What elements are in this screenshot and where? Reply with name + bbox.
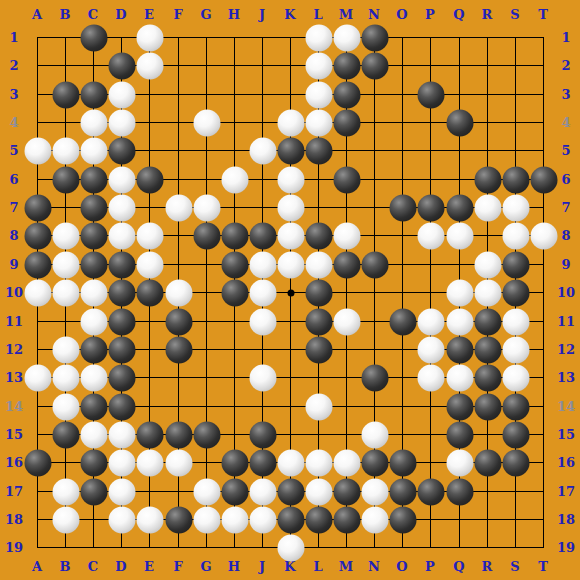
- row-label-right: 13: [557, 371, 575, 384]
- white-stone[interactable]: [474, 279, 501, 306]
- white-stone[interactable]: [52, 222, 79, 249]
- black-stone[interactable]: [305, 137, 332, 164]
- row-label-left: 1: [9, 31, 18, 44]
- column-label-bottom: O: [396, 560, 407, 573]
- white-stone[interactable]: [193, 109, 220, 136]
- black-stone[interactable]: [446, 393, 473, 420]
- black-stone[interactable]: [108, 336, 135, 363]
- white-stone[interactable]: [108, 194, 135, 221]
- white-stone[interactable]: [502, 336, 529, 363]
- black-stone[interactable]: [474, 166, 501, 193]
- row-label-left: 2: [9, 59, 18, 72]
- column-label-bottom: A: [32, 560, 42, 573]
- black-stone[interactable]: [417, 81, 444, 108]
- white-stone[interactable]: [249, 137, 276, 164]
- black-stone[interactable]: [417, 478, 444, 505]
- white-stone[interactable]: [52, 364, 79, 391]
- row-label-right: 11: [557, 315, 575, 328]
- white-stone[interactable]: [502, 364, 529, 391]
- white-stone[interactable]: [502, 222, 529, 249]
- white-stone[interactable]: [249, 478, 276, 505]
- column-label-bottom: S: [510, 560, 519, 573]
- white-stone[interactable]: [361, 421, 388, 448]
- row-label-right: 7: [561, 201, 570, 214]
- black-stone[interactable]: [108, 364, 135, 391]
- white-stone[interactable]: [24, 279, 51, 306]
- row-label-left: 17: [5, 485, 23, 498]
- white-stone[interactable]: [277, 449, 304, 476]
- black-stone[interactable]: [165, 506, 192, 533]
- black-stone[interactable]: [80, 478, 107, 505]
- grid-line-vertical: [543, 37, 544, 548]
- black-stone[interactable]: [80, 336, 107, 363]
- white-stone[interactable]: [108, 222, 135, 249]
- black-stone[interactable]: [108, 52, 135, 79]
- black-stone[interactable]: [277, 137, 304, 164]
- row-label-right: 3: [561, 88, 570, 101]
- white-stone[interactable]: [474, 251, 501, 278]
- black-stone[interactable]: [193, 421, 220, 448]
- black-stone[interactable]: [221, 449, 248, 476]
- white-stone[interactable]: [108, 478, 135, 505]
- white-stone[interactable]: [530, 222, 557, 249]
- row-label-left: 5: [9, 144, 18, 157]
- column-label-bottom: C: [88, 560, 98, 573]
- white-stone[interactable]: [417, 222, 444, 249]
- white-stone[interactable]: [52, 336, 79, 363]
- black-stone[interactable]: [417, 194, 444, 221]
- black-stone[interactable]: [305, 336, 332, 363]
- black-stone[interactable]: [474, 393, 501, 420]
- black-stone[interactable]: [474, 308, 501, 335]
- black-stone[interactable]: [221, 478, 248, 505]
- row-label-right: 1: [561, 31, 570, 44]
- black-stone[interactable]: [502, 449, 529, 476]
- column-label-top: B: [60, 8, 71, 21]
- black-stone[interactable]: [305, 222, 332, 249]
- row-label-right: 19: [557, 541, 575, 554]
- black-stone[interactable]: [530, 166, 557, 193]
- column-label-bottom: N: [368, 560, 380, 573]
- white-stone[interactable]: [333, 24, 360, 51]
- black-stone[interactable]: [502, 251, 529, 278]
- row-label-left: 10: [5, 286, 23, 299]
- black-stone[interactable]: [361, 364, 388, 391]
- column-label-top: N: [368, 8, 380, 21]
- grid-line-vertical: [430, 37, 431, 548]
- white-stone[interactable]: [221, 506, 248, 533]
- black-stone[interactable]: [221, 251, 248, 278]
- row-label-right: 15: [557, 428, 575, 441]
- white-stone[interactable]: [165, 279, 192, 306]
- black-stone[interactable]: [333, 166, 360, 193]
- column-label-top: J: [259, 8, 265, 21]
- black-stone[interactable]: [221, 279, 248, 306]
- black-stone[interactable]: [136, 166, 163, 193]
- black-stone[interactable]: [502, 393, 529, 420]
- black-stone[interactable]: [136, 279, 163, 306]
- row-label-left: 11: [5, 315, 23, 328]
- column-label-top: C: [88, 8, 98, 21]
- white-stone[interactable]: [136, 52, 163, 79]
- row-label-right: 18: [557, 513, 575, 526]
- column-label-bottom: R: [482, 560, 493, 573]
- black-stone[interactable]: [165, 308, 192, 335]
- white-stone[interactable]: [193, 478, 220, 505]
- white-stone[interactable]: [305, 393, 332, 420]
- column-label-top: M: [339, 8, 353, 21]
- row-label-left: 18: [5, 513, 23, 526]
- column-label-top: G: [200, 8, 211, 21]
- white-stone[interactable]: [277, 534, 304, 561]
- column-label-bottom: K: [284, 560, 295, 573]
- black-stone[interactable]: [80, 166, 107, 193]
- black-stone[interactable]: [52, 166, 79, 193]
- white-stone[interactable]: [305, 478, 332, 505]
- column-label-top: Q: [453, 8, 464, 21]
- white-stone[interactable]: [417, 336, 444, 363]
- black-stone[interactable]: [333, 478, 360, 505]
- row-label-left: 3: [9, 88, 18, 101]
- black-stone[interactable]: [389, 194, 416, 221]
- white-stone[interactable]: [136, 449, 163, 476]
- white-stone[interactable]: [305, 449, 332, 476]
- black-stone[interactable]: [305, 506, 332, 533]
- column-label-bottom: M: [339, 560, 353, 573]
- black-stone[interactable]: [361, 449, 388, 476]
- white-stone[interactable]: [249, 364, 276, 391]
- row-label-right: 9: [561, 258, 570, 271]
- column-label-top: T: [538, 8, 548, 21]
- column-label-top: H: [228, 8, 240, 21]
- column-label-top: D: [115, 8, 126, 21]
- black-stone[interactable]: [446, 336, 473, 363]
- column-label-bottom: P: [425, 560, 435, 573]
- white-stone[interactable]: [305, 251, 332, 278]
- black-stone[interactable]: [80, 393, 107, 420]
- row-label-right: 4: [561, 116, 570, 129]
- white-stone[interactable]: [24, 137, 51, 164]
- row-label-right: 17: [557, 485, 575, 498]
- black-stone[interactable]: [446, 194, 473, 221]
- column-label-top: O: [396, 8, 407, 21]
- column-label-bottom: D: [115, 560, 126, 573]
- white-stone[interactable]: [305, 81, 332, 108]
- black-stone[interactable]: [446, 421, 473, 448]
- white-stone[interactable]: [502, 194, 529, 221]
- column-label-bottom: F: [173, 560, 182, 573]
- black-stone[interactable]: [80, 449, 107, 476]
- black-stone[interactable]: [24, 449, 51, 476]
- black-stone[interactable]: [24, 194, 51, 221]
- black-stone[interactable]: [361, 251, 388, 278]
- black-stone[interactable]: [165, 421, 192, 448]
- white-stone[interactable]: [417, 364, 444, 391]
- row-label-left: 19: [5, 541, 23, 554]
- white-stone[interactable]: [361, 506, 388, 533]
- white-stone[interactable]: [108, 166, 135, 193]
- white-stone[interactable]: [136, 251, 163, 278]
- black-stone[interactable]: [277, 506, 304, 533]
- black-stone[interactable]: [249, 421, 276, 448]
- column-label-top: S: [510, 8, 519, 21]
- row-label-right: 16: [557, 456, 575, 469]
- black-stone[interactable]: [108, 308, 135, 335]
- black-stone[interactable]: [249, 449, 276, 476]
- row-label-left: 16: [5, 456, 23, 469]
- star-point-tengen: [287, 289, 294, 296]
- white-stone[interactable]: [136, 24, 163, 51]
- black-stone[interactable]: [80, 194, 107, 221]
- black-stone[interactable]: [165, 336, 192, 363]
- white-stone[interactable]: [277, 194, 304, 221]
- row-label-right: 6: [561, 173, 570, 186]
- black-stone[interactable]: [474, 336, 501, 363]
- column-label-bottom: B: [60, 560, 71, 573]
- column-label-top: L: [313, 8, 322, 21]
- white-stone[interactable]: [417, 308, 444, 335]
- black-stone[interactable]: [221, 222, 248, 249]
- white-stone[interactable]: [446, 308, 473, 335]
- row-label-left: 14: [5, 400, 23, 413]
- white-stone[interactable]: [474, 194, 501, 221]
- white-stone[interactable]: [249, 251, 276, 278]
- row-label-right: 10: [557, 286, 575, 299]
- black-stone[interactable]: [333, 81, 360, 108]
- white-stone[interactable]: [136, 222, 163, 249]
- column-label-top: K: [284, 8, 295, 21]
- white-stone[interactable]: [446, 449, 473, 476]
- black-stone[interactable]: [249, 222, 276, 249]
- white-stone[interactable]: [80, 109, 107, 136]
- black-stone[interactable]: [389, 506, 416, 533]
- column-label-bottom: L: [313, 560, 322, 573]
- white-stone[interactable]: [108, 506, 135, 533]
- white-stone[interactable]: [502, 308, 529, 335]
- white-stone[interactable]: [108, 81, 135, 108]
- black-stone[interactable]: [277, 478, 304, 505]
- white-stone[interactable]: [165, 449, 192, 476]
- black-stone[interactable]: [305, 308, 332, 335]
- row-label-left: 9: [9, 258, 18, 271]
- black-stone[interactable]: [305, 279, 332, 306]
- black-stone[interactable]: [361, 52, 388, 79]
- white-stone[interactable]: [277, 222, 304, 249]
- white-stone[interactable]: [333, 222, 360, 249]
- column-label-top: P: [425, 8, 435, 21]
- row-label-right: 8: [561, 229, 570, 242]
- black-stone[interactable]: [389, 449, 416, 476]
- column-label-bottom: Q: [453, 560, 464, 573]
- white-stone[interactable]: [305, 52, 332, 79]
- white-stone[interactable]: [446, 222, 473, 249]
- white-stone[interactable]: [108, 109, 135, 136]
- white-stone[interactable]: [333, 308, 360, 335]
- go-board[interactable]: AABBCCDDEEFFGGHHJJKKLLMMNNOOPPQQRRSSTT11…: [0, 0, 580, 580]
- column-label-bottom: E: [144, 560, 154, 573]
- row-label-left: 7: [9, 201, 18, 214]
- column-label-top: R: [482, 8, 493, 21]
- white-stone[interactable]: [80, 364, 107, 391]
- column-label-top: F: [173, 8, 182, 21]
- row-label-left: 15: [5, 428, 23, 441]
- black-stone[interactable]: [52, 421, 79, 448]
- white-stone[interactable]: [52, 279, 79, 306]
- white-stone[interactable]: [80, 421, 107, 448]
- column-label-bottom: T: [538, 560, 548, 573]
- black-stone[interactable]: [108, 137, 135, 164]
- white-stone[interactable]: [277, 166, 304, 193]
- black-stone[interactable]: [24, 222, 51, 249]
- row-label-right: 2: [561, 59, 570, 72]
- black-stone[interactable]: [24, 251, 51, 278]
- black-stone[interactable]: [333, 52, 360, 79]
- black-stone[interactable]: [389, 308, 416, 335]
- column-label-bottom: G: [200, 560, 211, 573]
- black-stone[interactable]: [474, 449, 501, 476]
- row-label-left: 13: [5, 371, 23, 384]
- black-stone[interactable]: [80, 24, 107, 51]
- white-stone[interactable]: [193, 506, 220, 533]
- black-stone[interactable]: [333, 251, 360, 278]
- white-stone[interactable]: [24, 364, 51, 391]
- black-stone[interactable]: [108, 393, 135, 420]
- white-stone[interactable]: [249, 308, 276, 335]
- black-stone[interactable]: [474, 364, 501, 391]
- row-label-left: 4: [9, 116, 18, 129]
- white-stone[interactable]: [446, 279, 473, 306]
- column-label-top: E: [144, 8, 154, 21]
- white-stone[interactable]: [193, 194, 220, 221]
- black-stone[interactable]: [502, 279, 529, 306]
- black-stone[interactable]: [52, 81, 79, 108]
- black-stone[interactable]: [108, 279, 135, 306]
- white-stone[interactable]: [249, 506, 276, 533]
- black-stone[interactable]: [333, 109, 360, 136]
- white-stone[interactable]: [136, 506, 163, 533]
- white-stone[interactable]: [80, 279, 107, 306]
- row-label-left: 8: [9, 229, 18, 242]
- white-stone[interactable]: [108, 449, 135, 476]
- black-stone[interactable]: [108, 251, 135, 278]
- white-stone[interactable]: [52, 506, 79, 533]
- column-label-bottom: J: [259, 560, 265, 573]
- black-stone[interactable]: [333, 506, 360, 533]
- row-label-right: 5: [561, 144, 570, 157]
- black-stone[interactable]: [502, 421, 529, 448]
- white-stone[interactable]: [52, 393, 79, 420]
- white-stone[interactable]: [277, 109, 304, 136]
- row-label-right: 12: [557, 343, 575, 356]
- row-label-left: 6: [9, 173, 18, 186]
- black-stone[interactable]: [502, 166, 529, 193]
- white-stone[interactable]: [249, 279, 276, 306]
- black-stone[interactable]: [446, 109, 473, 136]
- black-stone[interactable]: [136, 421, 163, 448]
- white-stone[interactable]: [221, 166, 248, 193]
- black-stone[interactable]: [80, 81, 107, 108]
- black-stone[interactable]: [446, 478, 473, 505]
- white-stone[interactable]: [361, 478, 388, 505]
- white-stone[interactable]: [305, 24, 332, 51]
- column-label-bottom: H: [228, 560, 240, 573]
- black-stone[interactable]: [361, 24, 388, 51]
- black-stone[interactable]: [389, 478, 416, 505]
- column-label-top: A: [32, 8, 42, 21]
- white-stone[interactable]: [108, 421, 135, 448]
- white-stone[interactable]: [80, 137, 107, 164]
- row-label-left: 12: [5, 343, 23, 356]
- black-stone[interactable]: [80, 222, 107, 249]
- white-stone[interactable]: [446, 364, 473, 391]
- white-stone[interactable]: [52, 137, 79, 164]
- white-stone[interactable]: [277, 251, 304, 278]
- black-stone[interactable]: [193, 222, 220, 249]
- black-stone[interactable]: [80, 251, 107, 278]
- white-stone[interactable]: [165, 194, 192, 221]
- row-label-right: 14: [557, 400, 575, 413]
- white-stone[interactable]: [52, 478, 79, 505]
- white-stone[interactable]: [333, 449, 360, 476]
- white-stone[interactable]: [305, 109, 332, 136]
- white-stone[interactable]: [80, 308, 107, 335]
- white-stone[interactable]: [52, 251, 79, 278]
